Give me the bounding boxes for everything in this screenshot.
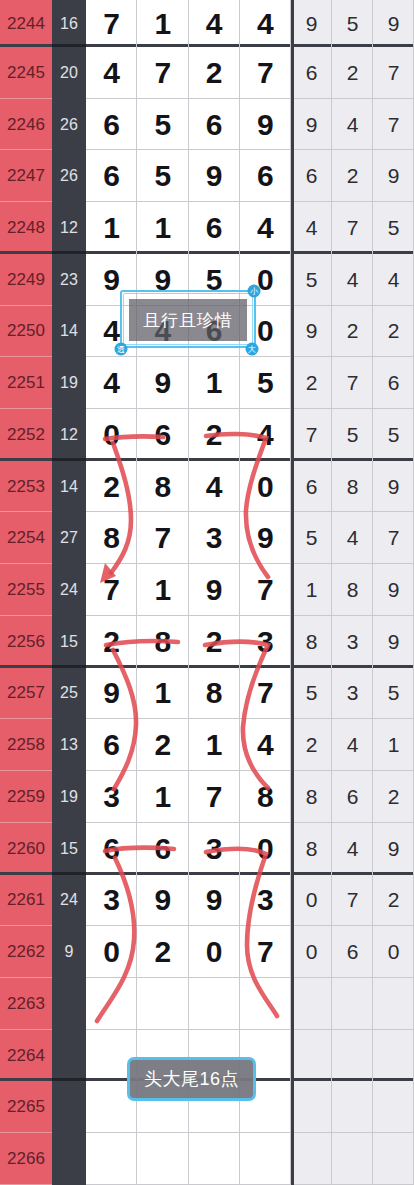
digit-cell [137, 978, 188, 1030]
tail-cell: 9 [373, 616, 414, 668]
tail-cell: 5 [373, 409, 414, 461]
digit-cell: 1 [137, 771, 188, 823]
digit-cell: 2 [137, 719, 188, 771]
digit-cell: 6 [137, 409, 188, 461]
resize-bigger-handle[interactable]: 大 [246, 343, 259, 356]
digit-cell: 9 [240, 99, 291, 151]
digit-cell: 6 [86, 719, 137, 771]
sum-cell: 20 [52, 47, 86, 99]
digit-cell: 8 [137, 616, 188, 668]
resize-smaller-handle[interactable]: 小 [248, 285, 261, 298]
digit-cell: 9 [137, 357, 188, 409]
period-cell: 2263 [0, 978, 52, 1030]
tail-cell: 2 [332, 47, 373, 99]
tail-cell: 8 [291, 771, 332, 823]
tail-cell [291, 978, 332, 1030]
tail-cell: 9 [291, 306, 332, 358]
tail-cell: 6 [332, 926, 373, 978]
tail-cell [291, 1081, 332, 1133]
digit-cell: 1 [137, 202, 188, 254]
digit-cell [240, 978, 291, 1030]
transparency-handle[interactable]: 透 [115, 343, 128, 356]
tail-cell: 8 [291, 823, 332, 875]
digit-cell [240, 1133, 291, 1185]
annotation-box-note[interactable]: 头大尾16点 [127, 1057, 256, 1101]
digit-cell: 2 [189, 409, 240, 461]
tail-cell: 7 [373, 99, 414, 151]
digit-cell: 4 [86, 47, 137, 99]
digit-cell: 7 [86, 0, 137, 47]
period-cell: 2260 [0, 823, 52, 875]
digit-cell: 8 [137, 461, 188, 513]
digit-cell: 5 [137, 150, 188, 202]
period-cell: 2252 [0, 409, 52, 461]
tail-cell: 2 [332, 306, 373, 358]
lottery-trend-chart[interactable]: 2244167144959224520472762722462665699472… [0, 0, 414, 1185]
sum-cell [52, 1030, 86, 1082]
tail-cell: 9 [373, 150, 414, 202]
sum-cell: 25 [52, 668, 86, 720]
digit-cell: 0 [189, 926, 240, 978]
period-cell: 2256 [0, 616, 52, 668]
digit-cell: 7 [86, 564, 137, 616]
tail-cell: 2 [291, 357, 332, 409]
sum-cell: 15 [52, 616, 86, 668]
period-cell: 2265 [0, 1081, 52, 1133]
digit-cell: 9 [189, 150, 240, 202]
tail-cell: 6 [373, 357, 414, 409]
digit-cell: 3 [189, 823, 240, 875]
tail-cell: 7 [373, 47, 414, 99]
tail-cell: 4 [332, 254, 373, 306]
digit-cell: 3 [240, 616, 291, 668]
digit-cell: 2 [86, 461, 137, 513]
sum-cell: 12 [52, 202, 86, 254]
digit-cell [137, 1133, 188, 1185]
tail-cell: 6 [291, 150, 332, 202]
digit-cell: 6 [86, 150, 137, 202]
digit-cell: 9 [86, 668, 137, 720]
digit-cell: 4 [240, 719, 291, 771]
digit-cell: 9 [240, 512, 291, 564]
tail-cell: 6 [291, 461, 332, 513]
tail-cell: 7 [332, 357, 373, 409]
tail-cell [332, 1030, 373, 1082]
tail-cell [332, 1081, 373, 1133]
digit-cell: 0 [240, 823, 291, 875]
digit-cell: 1 [189, 357, 240, 409]
tail-cell [332, 978, 373, 1030]
digit-cell: 4 [240, 0, 291, 47]
sum-cell: 24 [52, 564, 86, 616]
tail-cell: 0 [373, 926, 414, 978]
digit-cell [189, 978, 240, 1030]
period-cell: 2266 [0, 1133, 52, 1185]
tail-cell [291, 1133, 332, 1185]
digit-cell: 3 [86, 875, 137, 927]
tail-cell: 7 [373, 512, 414, 564]
digit-cell: 4 [189, 461, 240, 513]
digit-cell: 4 [240, 409, 291, 461]
digit-cell: 3 [189, 512, 240, 564]
digit-cell: 8 [86, 512, 137, 564]
digit-cell: 8 [189, 668, 240, 720]
digit-cell [189, 1133, 240, 1185]
period-cell: 2257 [0, 668, 52, 720]
tail-cell: 9 [373, 564, 414, 616]
digit-cell: 7 [240, 47, 291, 99]
tail-cell: 9 [291, 99, 332, 151]
tail-cell: 8 [332, 461, 373, 513]
tail-cell: 9 [373, 823, 414, 875]
digit-cell: 9 [137, 875, 188, 927]
tail-cell: 2 [373, 306, 414, 358]
tail-cell: 2 [291, 719, 332, 771]
note-text: 头大尾16点 [144, 1067, 239, 1091]
tail-cell: 4 [332, 823, 373, 875]
sum-cell [52, 1081, 86, 1133]
tail-cell: 9 [373, 461, 414, 513]
tail-cell: 0 [291, 926, 332, 978]
sum-cell: 14 [52, 306, 86, 358]
digit-cell: 7 [240, 564, 291, 616]
sum-cell: 24 [52, 875, 86, 927]
period-cell: 2246 [0, 99, 52, 151]
tail-cell: 1 [373, 719, 414, 771]
digit-cell: 1 [189, 719, 240, 771]
period-cell: 2244 [0, 0, 52, 47]
digit-cell: 1 [86, 202, 137, 254]
sum-cell: 15 [52, 823, 86, 875]
tail-cell [373, 1133, 414, 1185]
tail-cell: 5 [373, 202, 414, 254]
digit-cell: 3 [86, 771, 137, 823]
period-cell: 2251 [0, 357, 52, 409]
tail-cell: 8 [291, 616, 332, 668]
period-cell: 2245 [0, 47, 52, 99]
digit-cell: 7 [240, 668, 291, 720]
tail-cell: 3 [332, 668, 373, 720]
digit-cell: 6 [189, 99, 240, 151]
period-cell: 2261 [0, 875, 52, 927]
digit-cell: 1 [137, 564, 188, 616]
tail-cell: 5 [291, 512, 332, 564]
tail-cell: 7 [332, 875, 373, 927]
tail-cell [373, 1081, 414, 1133]
digit-cell: 9 [189, 564, 240, 616]
period-cell: 2255 [0, 564, 52, 616]
tail-cell: 2 [332, 150, 373, 202]
tail-cell: 5 [332, 0, 373, 47]
digit-cell: 6 [240, 150, 291, 202]
digit-cell: 2 [189, 616, 240, 668]
sum-cell: 9 [52, 926, 86, 978]
digit-cell: 7 [189, 771, 240, 823]
sum-cell: 27 [52, 512, 86, 564]
tail-cell: 4 [373, 254, 414, 306]
sum-cell: 16 [52, 0, 86, 47]
tail-cell [291, 1030, 332, 1082]
sum-cell: 23 [52, 254, 86, 306]
tail-cell: 2 [373, 771, 414, 823]
digit-cell [86, 1133, 137, 1185]
tail-cell: 5 [332, 409, 373, 461]
tail-cell: 8 [332, 564, 373, 616]
tail-cell: 2 [373, 875, 414, 927]
sum-cell: 26 [52, 150, 86, 202]
tail-cell: 5 [291, 254, 332, 306]
sum-cell: 12 [52, 409, 86, 461]
tail-cell [373, 1030, 414, 1082]
tail-cell [332, 1133, 373, 1185]
digit-cell: 6 [86, 99, 137, 151]
sum-cell [52, 978, 86, 1030]
sum-cell: 19 [52, 357, 86, 409]
digit-cell: 0 [240, 461, 291, 513]
digit-cell: 5 [137, 99, 188, 151]
digit-cell: 3 [240, 875, 291, 927]
period-cell: 2254 [0, 512, 52, 564]
number-grid: 2244167144959224520472762722462665699472… [0, 0, 414, 1185]
tail-cell: 4 [332, 99, 373, 151]
annotation-text: 且行且珍惜 [129, 299, 247, 341]
digit-cell: 2 [189, 47, 240, 99]
sum-cell: 13 [52, 719, 86, 771]
digit-cell: 1 [137, 0, 188, 47]
tail-cell [373, 978, 414, 1030]
tail-cell: 5 [291, 668, 332, 720]
tail-cell: 7 [291, 409, 332, 461]
tail-cell: 6 [332, 771, 373, 823]
annotation-box-selected[interactable]: 且行且珍惜 小 透 大 [120, 290, 256, 348]
digit-cell: 6 [189, 202, 240, 254]
period-cell: 2249 [0, 254, 52, 306]
digit-cell: 7 [137, 47, 188, 99]
digit-cell: 9 [189, 875, 240, 927]
digit-cell: 4 [189, 0, 240, 47]
tail-cell: 1 [291, 564, 332, 616]
tail-cell: 9 [373, 0, 414, 47]
sum-cell: 26 [52, 99, 86, 151]
period-cell: 2250 [0, 306, 52, 358]
period-cell: 2248 [0, 202, 52, 254]
digit-cell: 6 [86, 823, 137, 875]
digit-cell: 7 [240, 926, 291, 978]
tail-cell: 5 [373, 668, 414, 720]
tail-cell: 3 [332, 616, 373, 668]
period-cell: 2258 [0, 719, 52, 771]
tail-cell: 4 [291, 202, 332, 254]
period-cell: 2264 [0, 1030, 52, 1082]
sum-cell: 19 [52, 771, 86, 823]
tail-cell: 7 [332, 202, 373, 254]
period-cell: 2253 [0, 461, 52, 513]
digit-cell: 6 [137, 823, 188, 875]
digit-cell: 2 [86, 616, 137, 668]
digit-cell: 2 [137, 926, 188, 978]
digit-cell: 8 [240, 771, 291, 823]
sum-cell [52, 1133, 86, 1185]
digit-cell: 0 [86, 926, 137, 978]
digit-cell: 4 [240, 202, 291, 254]
period-cell: 2259 [0, 771, 52, 823]
tail-cell: 0 [291, 875, 332, 927]
tail-cell: 6 [291, 47, 332, 99]
tail-cell: 4 [332, 512, 373, 564]
digit-cell: 1 [137, 668, 188, 720]
sum-cell: 14 [52, 461, 86, 513]
tail-cell: 4 [332, 719, 373, 771]
period-cell: 2247 [0, 150, 52, 202]
digit-cell: 7 [137, 512, 188, 564]
digit-cell [86, 978, 137, 1030]
digit-cell: 0 [86, 409, 137, 461]
digit-cell: 4 [86, 357, 137, 409]
period-cell: 2262 [0, 926, 52, 978]
tail-cell: 9 [291, 0, 332, 47]
digit-cell: 5 [240, 357, 291, 409]
